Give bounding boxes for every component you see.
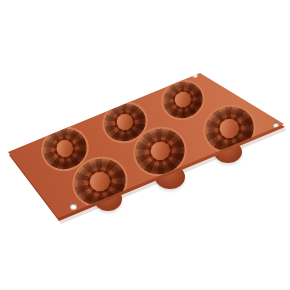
mold-cavity-3 bbox=[158, 76, 208, 124]
hanging-hole-4 bbox=[70, 203, 77, 210]
hanging-hole-1 bbox=[12, 140, 19, 147]
hanging-hole-2 bbox=[192, 72, 198, 78]
product-photo bbox=[0, 0, 290, 290]
